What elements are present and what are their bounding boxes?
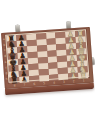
coord-label: 1 — [78, 78, 88, 83]
coord-label: h — [5, 76, 9, 82]
coord-label: 2 — [69, 78, 79, 83]
coord-label: 3 — [59, 79, 69, 84]
coord-label: 5 — [39, 80, 49, 85]
board-grid: ♜♟♟♜♞♟♟♞♝♟♟♝♛♟♟♛♚♟♟♚♝♟♟♝♞♟♟♞♜♟♟♜ — [6, 30, 88, 81]
board-frame: ♜♟♟♜♞♟♟♞♝♟♟♝♛♟♟♛♚♟♟♚♝♟♟♝♞♟♟♞♜♟♟♜ abcdefg… — [1, 27, 94, 89]
coord-label: 6 — [29, 81, 39, 86]
coord-label: 4 — [49, 80, 59, 85]
coord-label: 7 — [19, 82, 29, 87]
chess-board: ♜♟♟♜♞♟♟♞♝♟♟♝♛♟♟♛♚♟♟♚♝♟♟♝♞♟♟♞♜♟♟♜ abcdefg… — [1, 27, 94, 95]
coord-label: 8 — [10, 82, 20, 87]
product-photo: ♜♟♟♜♞♟♟♞♝♟♟♝♛♟♟♛♚♟♟♚♝♟♟♝♞♟♟♞♜♟♟♜ abcdefg… — [0, 0, 95, 126]
